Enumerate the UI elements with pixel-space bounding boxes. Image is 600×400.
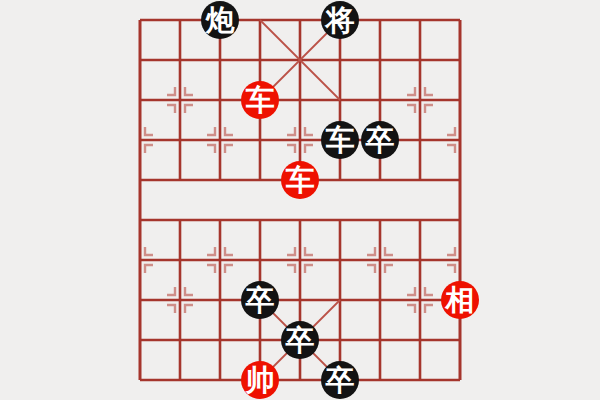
black-general[interactable]: 将: [321, 1, 359, 39]
red-elephant[interactable]: 相: [441, 281, 479, 319]
pieces-layer: 炮将车车卒车卒相卒帅卒: [140, 20, 460, 380]
black-soldier-1[interactable]: 卒: [361, 121, 399, 159]
black-cannon[interactable]: 炮: [201, 1, 239, 39]
red-chariot-1[interactable]: 车: [241, 81, 279, 119]
red-general[interactable]: 帅: [241, 361, 279, 399]
black-soldier-2[interactable]: 卒: [241, 281, 279, 319]
black-chariot[interactable]: 车: [321, 121, 359, 159]
xiangqi-board: 炮将车车卒车卒相卒帅卒: [140, 20, 460, 380]
black-soldier-4[interactable]: 卒: [321, 361, 359, 399]
xiangqi-diagram: 炮将车车卒车卒相卒帅卒: [0, 0, 600, 400]
black-soldier-3[interactable]: 卒: [281, 321, 319, 359]
red-chariot-2[interactable]: 车: [281, 161, 319, 199]
